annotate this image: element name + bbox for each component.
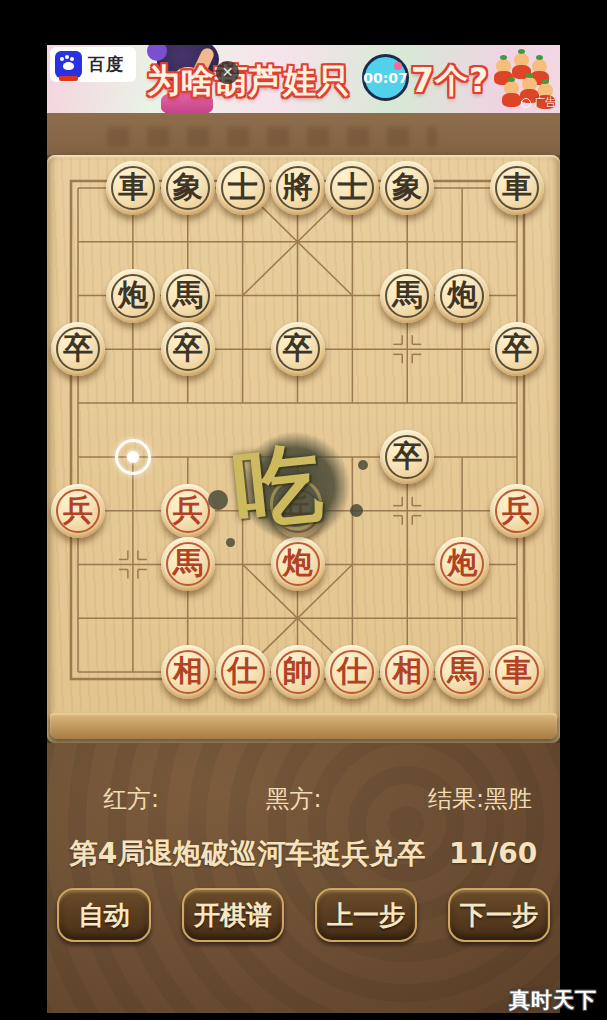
piece-炮-black[interactable]: 炮 — [106, 269, 160, 323]
open-gamebook-button[interactable]: 开棋谱 — [182, 888, 284, 942]
piece-車-black[interactable]: 車 — [106, 161, 160, 215]
piece-相-red[interactable]: 相 — [380, 645, 434, 699]
piece-卒-black[interactable]: 卒 — [490, 322, 544, 376]
piece-兵-red[interactable]: 兵 — [271, 484, 325, 538]
watermark: 真时天下 — [509, 986, 597, 1014]
piece-車-black[interactable]: 車 — [490, 161, 544, 215]
board-bevel — [50, 713, 557, 739]
piece-象-black[interactable]: 象 — [161, 161, 215, 215]
piece-兵-red[interactable]: 兵 — [161, 484, 215, 538]
baidu-paw-icon — [55, 51, 82, 78]
piece-士-black[interactable]: 士 — [325, 161, 379, 215]
ad-headline-right: 7个? — [411, 59, 489, 104]
move-counter: 11/60 — [449, 837, 537, 870]
board-face — [53, 158, 554, 711]
red-side-label: 红方: — [103, 783, 159, 815]
piece-仕-red[interactable]: 仕 — [325, 645, 379, 699]
lesson-title-row: 第4局退炮破巡河车挺兵兑卒 11/60 — [47, 835, 560, 873]
app-content: 为啥葫芦娃只 7个? 百度 ✕ 00:07 广告 車象士將士象車炮馬馬炮卒卒卒卒… — [47, 45, 560, 1013]
piece-炮-red[interactable]: 炮 — [271, 537, 325, 591]
auto-button[interactable]: 自动 — [57, 888, 151, 942]
close-icon[interactable]: ✕ — [216, 61, 239, 84]
piece-帥-red[interactable]: 帥 — [271, 645, 325, 699]
piece-象-black[interactable]: 象 — [380, 161, 434, 215]
piece-馬-red[interactable]: 馬 — [161, 537, 215, 591]
piece-車-red[interactable]: 車 — [490, 645, 544, 699]
ad-banner[interactable]: 为啥葫芦娃只 7个? 百度 ✕ 00:07 广告 — [47, 45, 560, 113]
move-highlight-ring — [115, 439, 151, 475]
piece-將-black[interactable]: 將 — [271, 161, 325, 215]
piece-士-black[interactable]: 士 — [216, 161, 270, 215]
bottom-panel: 红方: 黑方: 结果:黑胜 第4局退炮破巡河车挺兵兑卒 11/60 自动 开棋谱… — [47, 743, 560, 1013]
piece-相-red[interactable]: 相 — [161, 645, 215, 699]
piece-馬-red[interactable]: 馬 — [435, 645, 489, 699]
lesson-title: 第4局退炮破巡河车挺兵兑卒 — [70, 837, 425, 870]
piece-卒-black[interactable]: 卒 — [380, 430, 434, 484]
result-label: 结果:黑胜 — [428, 783, 532, 815]
prev-step-button[interactable]: 上一步 — [315, 888, 417, 942]
controls-row: 自动 开棋谱 上一步 下一步 — [47, 888, 560, 942]
piece-炮-black[interactable]: 炮 — [435, 269, 489, 323]
piece-兵-red[interactable]: 兵 — [51, 484, 105, 538]
piece-卒-black[interactable]: 卒 — [51, 322, 105, 376]
piece-兵-red[interactable]: 兵 — [490, 484, 544, 538]
players-info-row: 红方: 黑方: 结果:黑胜 — [47, 783, 560, 815]
screen: 为啥葫芦娃只 7个? 百度 ✕ 00:07 广告 車象士將士象車炮馬馬炮卒卒卒卒… — [0, 0, 607, 1020]
ad-label: 广告 — [521, 95, 556, 110]
piece-仕-red[interactable]: 仕 — [216, 645, 270, 699]
piece-馬-black[interactable]: 馬 — [161, 269, 215, 323]
baidu-logo: 百度 — [50, 47, 136, 82]
piece-馬-black[interactable]: 馬 — [380, 269, 434, 323]
info-ring-icon — [521, 98, 531, 108]
piece-卒-black[interactable]: 卒 — [271, 322, 325, 376]
next-step-button[interactable]: 下一步 — [448, 888, 550, 942]
ad-countdown-timer: 00:07 — [362, 54, 409, 101]
background-band — [47, 113, 560, 155]
piece-卒-black[interactable]: 卒 — [161, 322, 215, 376]
black-side-label: 黑方: — [265, 783, 321, 815]
ad-headline-left: 为啥葫芦娃只 — [147, 59, 351, 104]
